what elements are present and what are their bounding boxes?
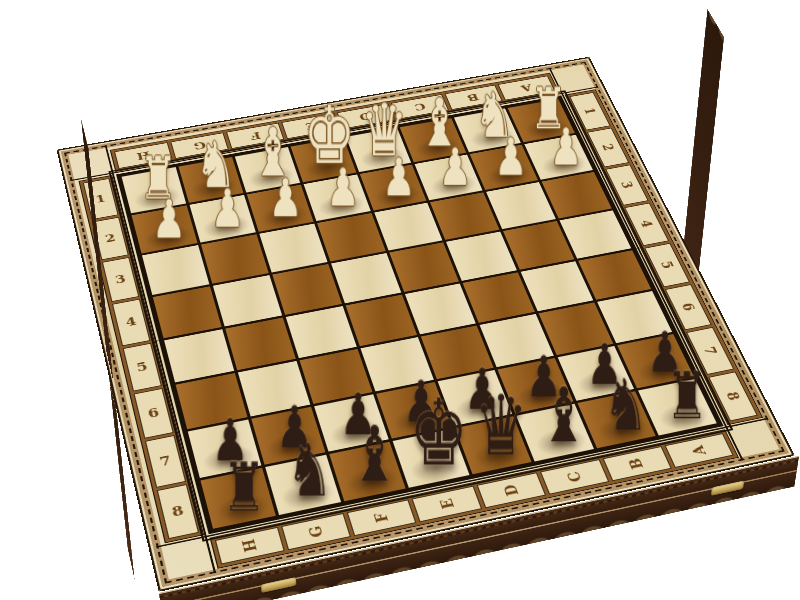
right-label-3: 3 (605, 165, 648, 206)
label-text: G (192, 139, 207, 152)
label-text: 5 (657, 259, 677, 269)
black-rook[interactable]: ♜ (666, 362, 708, 427)
left-label-6: 6 (133, 388, 173, 439)
square-g5[interactable] (225, 317, 296, 370)
left-label-5: 5 (123, 343, 162, 392)
label-text: H (135, 149, 151, 162)
white-pawn[interactable]: ♟ (326, 163, 359, 215)
black-queen[interactable]: ♛ (475, 383, 528, 466)
brass-clasp (711, 480, 744, 495)
square-a5[interactable] (578, 250, 651, 300)
square-h2[interactable]: ♟ (132, 205, 198, 253)
square-f3[interactable] (259, 223, 327, 272)
square-g3[interactable] (201, 234, 269, 283)
label-text: 3 (617, 180, 636, 190)
label-text: C (563, 470, 586, 484)
label-text: 4 (124, 315, 138, 330)
white-pawn[interactable]: ♟ (211, 183, 245, 235)
black-bishop[interactable]: ♝ (349, 416, 399, 493)
label-text: A (688, 444, 711, 457)
bottom-label-A: A (664, 433, 733, 468)
label-text: G (305, 524, 328, 539)
label-text: E (435, 497, 457, 511)
label-text: 8 (170, 503, 185, 520)
black-king[interactable]: ♚ (409, 388, 468, 480)
chessboard: 12345678 12345678 HGFEDCBA HGFEDCBA ♜♞♝♚… (57, 57, 795, 592)
left-label-3: 3 (102, 257, 139, 302)
label-text: 1 (580, 107, 599, 116)
right-label-4: 4 (624, 203, 669, 246)
square-a8[interactable]: ♜ (638, 379, 717, 435)
perspective-wrapper: 12345678 12345678 HGFEDCBA HGFEDCBA ♜♞♝♚… (90, 0, 710, 600)
square-h3[interactable] (142, 245, 209, 295)
label-text: 6 (678, 301, 699, 312)
square-e4[interactable] (331, 253, 401, 303)
label-text: 7 (158, 453, 173, 470)
label-text: 3 (114, 272, 127, 286)
label-text: 5 (135, 359, 149, 374)
label-text: F (371, 511, 393, 524)
left-label-8: 8 (157, 484, 199, 539)
right-label-5: 5 (644, 243, 690, 287)
square-c4[interactable] (446, 231, 517, 280)
black-knight[interactable]: ♞ (286, 433, 333, 506)
square-g8[interactable]: ♞ (265, 455, 341, 515)
label-text: 4 (637, 219, 657, 229)
label-text: 7 (699, 345, 720, 356)
square-e8[interactable]: ♚ (392, 429, 469, 488)
square-h8[interactable]: ♜ (201, 468, 276, 529)
label-text: 1 (94, 192, 107, 205)
square-h4[interactable] (153, 286, 222, 338)
square-e2[interactable]: ♟ (303, 174, 370, 221)
black-rook[interactable]: ♜ (222, 452, 266, 520)
white-pawn[interactable]: ♟ (439, 142, 472, 193)
label-text: B (625, 457, 648, 471)
white-pawn[interactable]: ♟ (550, 122, 583, 173)
bottom-label-D: D (476, 472, 546, 508)
label-text: 2 (598, 143, 617, 152)
left-label-7: 7 (145, 435, 186, 488)
scene: 12345678 12345678 HGFEDCBA HGFEDCBA ♜♞♝♚… (0, 0, 800, 600)
label-text: D (499, 483, 522, 498)
black-knight[interactable]: ♞ (603, 369, 649, 440)
left-label-4: 4 (112, 299, 150, 346)
square-d4[interactable] (389, 242, 459, 292)
label-text: 8 (722, 390, 744, 402)
square-d3[interactable] (374, 202, 443, 250)
white-pawn[interactable]: ♟ (269, 173, 303, 225)
white-pawn[interactable]: ♟ (152, 194, 186, 247)
white-pawn[interactable]: ♟ (383, 152, 416, 204)
label-text: 6 (146, 405, 160, 421)
square-f4[interactable] (272, 264, 342, 315)
square-g4[interactable] (213, 275, 282, 326)
brass-clasp (261, 577, 296, 593)
black-bishop[interactable]: ♝ (540, 378, 589, 454)
white-pawn[interactable]: ♟ (495, 132, 528, 183)
label-text: H (238, 537, 261, 553)
square-f8[interactable]: ♝ (329, 442, 405, 502)
square-b8[interactable]: ♞ (578, 391, 656, 448)
label-text: 2 (104, 232, 117, 246)
square-a4[interactable] (560, 210, 632, 258)
square-d5[interactable] (404, 283, 476, 335)
